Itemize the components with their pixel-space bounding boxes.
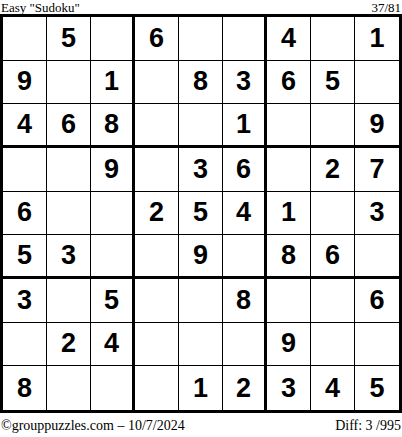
cell-r4c7 (267, 148, 311, 192)
cell-r2c6: 3 (223, 61, 267, 105)
cell-r9c1: 8 (3, 366, 47, 410)
cell-r7c6: 8 (223, 279, 267, 323)
cell-r6c9 (355, 235, 399, 279)
cell-r3c9: 9 (355, 104, 399, 148)
cell-r3c1: 4 (3, 104, 47, 148)
cell-r1c2: 5 (47, 17, 91, 61)
cell-r2c7: 6 (267, 61, 311, 105)
cell-r7c1: 3 (3, 279, 47, 323)
cell-r9c3 (91, 366, 135, 410)
cell-r5c6: 4 (223, 192, 267, 236)
cell-r5c4: 2 (135, 192, 179, 236)
cell-r4c5: 3 (179, 148, 223, 192)
cell-r7c2 (47, 279, 91, 323)
cell-r1c5 (179, 17, 223, 61)
given-counter: 37/81 (371, 1, 401, 14)
copyright-credit: ©grouppuzzles.com – 10/7/2024 (1, 418, 185, 434)
cell-r3c3: 8 (91, 104, 135, 148)
cell-r3c6: 1 (223, 104, 267, 148)
footer: ©grouppuzzles.com – 10/7/2024 Diff: 3 /9… (0, 413, 402, 437)
cell-r3c8 (311, 104, 355, 148)
cell-r3c7 (267, 104, 311, 148)
cell-r8c1 (3, 323, 47, 367)
cell-r4c1 (3, 148, 47, 192)
cell-r2c4 (135, 61, 179, 105)
cell-r8c7: 9 (267, 323, 311, 367)
cell-r8c3: 4 (91, 323, 135, 367)
cell-r6c3 (91, 235, 135, 279)
cell-r5c5: 5 (179, 192, 223, 236)
cell-r2c9 (355, 61, 399, 105)
cell-r3c5 (179, 104, 223, 148)
cell-r3c4 (135, 104, 179, 148)
sudoku-grid: 5641918365468199362762541353986358624981… (0, 14, 402, 413)
cell-r9c5: 1 (179, 366, 223, 410)
cell-r2c8: 5 (311, 61, 355, 105)
cell-r6c6 (223, 235, 267, 279)
difficulty-label: Diff: 3 /995 (335, 418, 401, 434)
cell-r4c6: 6 (223, 148, 267, 192)
cell-r2c5: 8 (179, 61, 223, 105)
cell-r3c2: 6 (47, 104, 91, 148)
cell-r4c4 (135, 148, 179, 192)
cell-r6c1: 5 (3, 235, 47, 279)
page-title: Easy "Sudoku" (1, 1, 80, 14)
cell-r8c4 (135, 323, 179, 367)
cell-r6c7: 8 (267, 235, 311, 279)
cell-r8c2: 2 (47, 323, 91, 367)
cell-r6c2: 3 (47, 235, 91, 279)
cell-r5c2 (47, 192, 91, 236)
cell-r4c2 (47, 148, 91, 192)
cell-r1c4: 6 (135, 17, 179, 61)
cell-r1c8 (311, 17, 355, 61)
cell-r5c1: 6 (3, 192, 47, 236)
cell-r7c3: 5 (91, 279, 135, 323)
cell-r4c3: 9 (91, 148, 135, 192)
cell-r1c1 (3, 17, 47, 61)
cell-r7c7 (267, 279, 311, 323)
cell-r7c8 (311, 279, 355, 323)
cell-r1c6 (223, 17, 267, 61)
cell-r2c3: 1 (91, 61, 135, 105)
cell-r8c8 (311, 323, 355, 367)
cell-r7c4 (135, 279, 179, 323)
cell-r1c7: 4 (267, 17, 311, 61)
cell-r8c9 (355, 323, 399, 367)
cell-r7c5 (179, 279, 223, 323)
cell-r1c3 (91, 17, 135, 61)
cell-r4c9: 7 (355, 148, 399, 192)
cell-r6c5: 9 (179, 235, 223, 279)
cell-r9c9: 5 (355, 366, 399, 410)
cell-r9c4 (135, 366, 179, 410)
cell-r6c4 (135, 235, 179, 279)
cell-r5c9: 3 (355, 192, 399, 236)
cell-r7c9: 6 (355, 279, 399, 323)
cell-r8c5 (179, 323, 223, 367)
cell-r8c6 (223, 323, 267, 367)
cell-r5c3 (91, 192, 135, 236)
cell-r9c7: 3 (267, 366, 311, 410)
cell-r5c7: 1 (267, 192, 311, 236)
cell-r9c2 (47, 366, 91, 410)
cell-r4c8: 2 (311, 148, 355, 192)
cell-r1c9: 1 (355, 17, 399, 61)
cell-r2c2 (47, 61, 91, 105)
cell-r6c8: 6 (311, 235, 355, 279)
cell-r5c8 (311, 192, 355, 236)
cell-r2c1: 9 (3, 61, 47, 105)
cell-r9c8: 4 (311, 366, 355, 410)
header: Easy "Sudoku" 37/81 (0, 0, 402, 14)
cell-r9c6: 2 (223, 366, 267, 410)
